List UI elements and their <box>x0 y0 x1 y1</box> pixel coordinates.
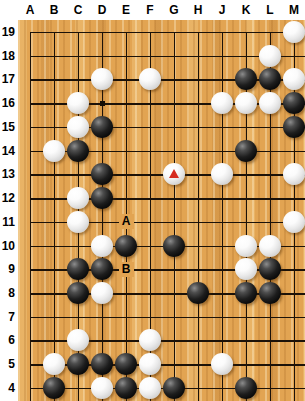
stone-black-K14[interactable] <box>235 140 257 162</box>
stone-white-L18[interactable] <box>259 45 281 67</box>
stone-white-K10[interactable] <box>235 235 257 257</box>
column-label-G: G <box>164 2 184 18</box>
stone-black-E4[interactable] <box>115 377 137 399</box>
row-label-15: 15 <box>0 119 15 135</box>
row-label-8: 8 <box>0 285 15 301</box>
stone-black-K4[interactable] <box>235 377 257 399</box>
stone-white-C15[interactable] <box>67 116 89 138</box>
stone-white-D10[interactable] <box>91 235 113 257</box>
stone-black-D12[interactable] <box>91 187 113 209</box>
star-point <box>100 101 105 106</box>
last-move-triangle-marker <box>169 169 179 178</box>
point-annotation-A: A <box>119 214 134 229</box>
column-label-F: F <box>140 2 160 18</box>
column-label-L: L <box>260 2 280 18</box>
stone-black-B4[interactable] <box>43 377 65 399</box>
point-annotation-B: B <box>119 262 134 277</box>
column-label-H: H <box>188 2 208 18</box>
row-label-13: 13 <box>0 166 15 182</box>
column-label-D: D <box>92 2 112 18</box>
row-label-11: 11 <box>0 214 15 230</box>
row-label-14: 14 <box>0 143 15 159</box>
stone-black-C8[interactable] <box>67 282 89 304</box>
row-label-6: 6 <box>0 332 15 348</box>
column-label-A: A <box>20 2 40 18</box>
row-label-10: 10 <box>0 238 15 254</box>
row-label-5: 5 <box>0 356 15 372</box>
column-label-E: E <box>116 2 136 18</box>
column-label-M: M <box>284 2 304 18</box>
go-board-screenshot: ABCDEFGHJKLM 19181716151413121110987654 … <box>0 0 305 401</box>
stone-white-B14[interactable] <box>43 140 65 162</box>
stone-white-C12[interactable] <box>67 187 89 209</box>
column-label-B: B <box>44 2 64 18</box>
stone-white-F4[interactable] <box>139 377 161 399</box>
stone-black-C14[interactable] <box>67 140 89 162</box>
stone-white-C11[interactable] <box>67 211 89 233</box>
row-label-16: 16 <box>0 95 15 111</box>
stone-black-K8[interactable] <box>235 282 257 304</box>
stone-black-D15[interactable] <box>91 116 113 138</box>
stone-white-L10[interactable] <box>259 235 281 257</box>
stone-white-D8[interactable] <box>91 282 113 304</box>
stone-white-M11[interactable] <box>283 211 305 233</box>
goban-board[interactable]: AB <box>18 20 305 401</box>
row-label-19: 19 <box>0 24 15 40</box>
stone-black-E10[interactable] <box>115 235 137 257</box>
column-label-C: C <box>68 2 88 18</box>
stone-black-M15[interactable] <box>283 116 305 138</box>
stone-white-D4[interactable] <box>91 377 113 399</box>
row-label-4: 4 <box>0 380 15 396</box>
row-label-12: 12 <box>0 190 15 206</box>
row-label-18: 18 <box>0 48 15 64</box>
stone-black-H8[interactable] <box>187 282 209 304</box>
row-label-7: 7 <box>0 309 15 325</box>
stone-black-G10[interactable] <box>163 235 185 257</box>
column-label-K: K <box>236 2 256 18</box>
stone-black-G4[interactable] <box>163 377 185 399</box>
row-label-17: 17 <box>0 71 15 87</box>
stone-white-M19[interactable] <box>283 21 305 43</box>
stone-black-L8[interactable] <box>259 282 281 304</box>
row-label-9: 9 <box>0 261 15 277</box>
column-label-J: J <box>212 2 232 18</box>
